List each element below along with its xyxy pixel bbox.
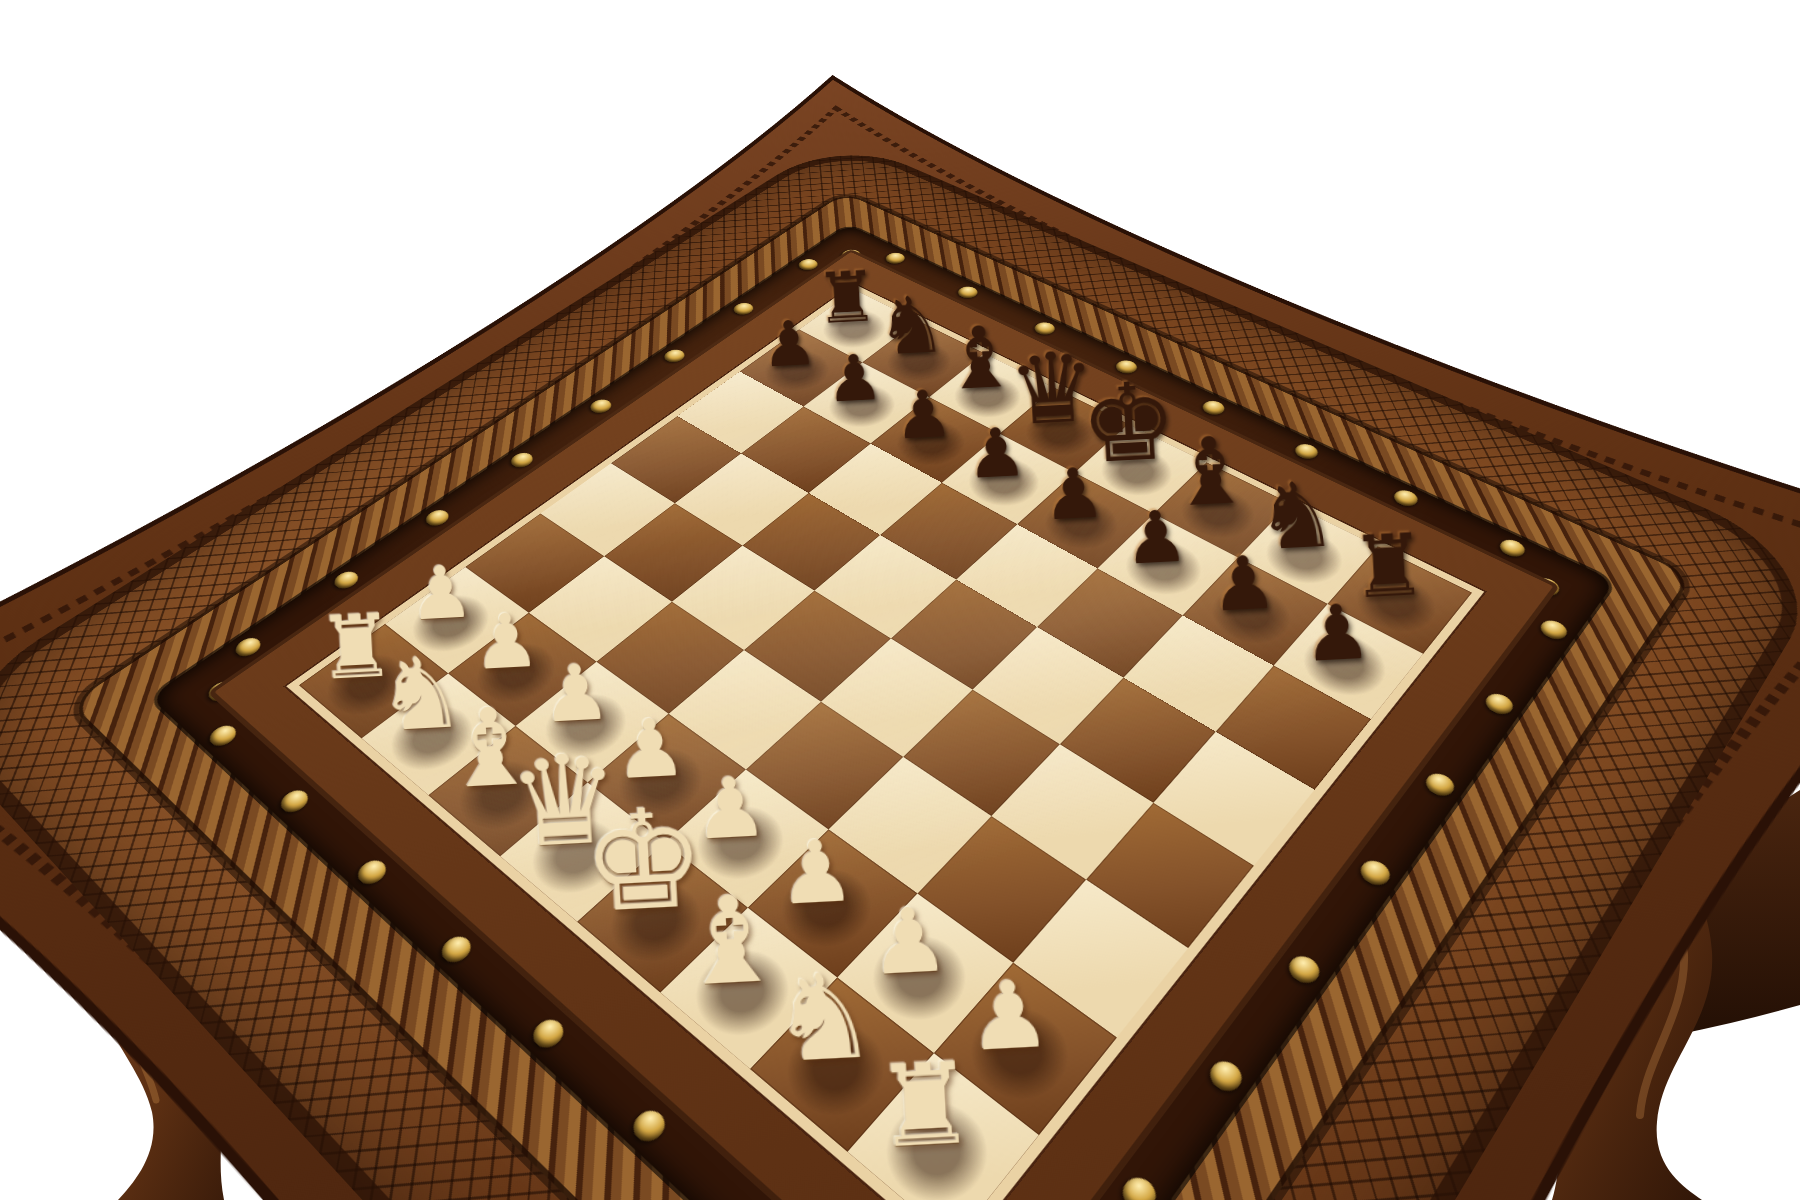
white-rook[interactable]: ♜: [823, 1044, 1026, 1167]
black-pawn[interactable]: ♟: [1258, 591, 1417, 676]
tabletop: ♜♞♝♛♚♝♞♜♟♟♟♟♟♟♟♟♟♟♟♟♟♟♟♟♜♞♝♛♚♝♞♜: [0, 55, 1800, 1200]
camera: ♜♞♝♛♚♝♞♜♟♟♟♟♟♟♟♟♟♟♟♟♟♟♟♟♜♞♝♛♚♝♞♜: [0, 0, 1800, 1200]
product-photo-scene: Ohanyan www.ohanyan.am: [0, 0, 1800, 1200]
